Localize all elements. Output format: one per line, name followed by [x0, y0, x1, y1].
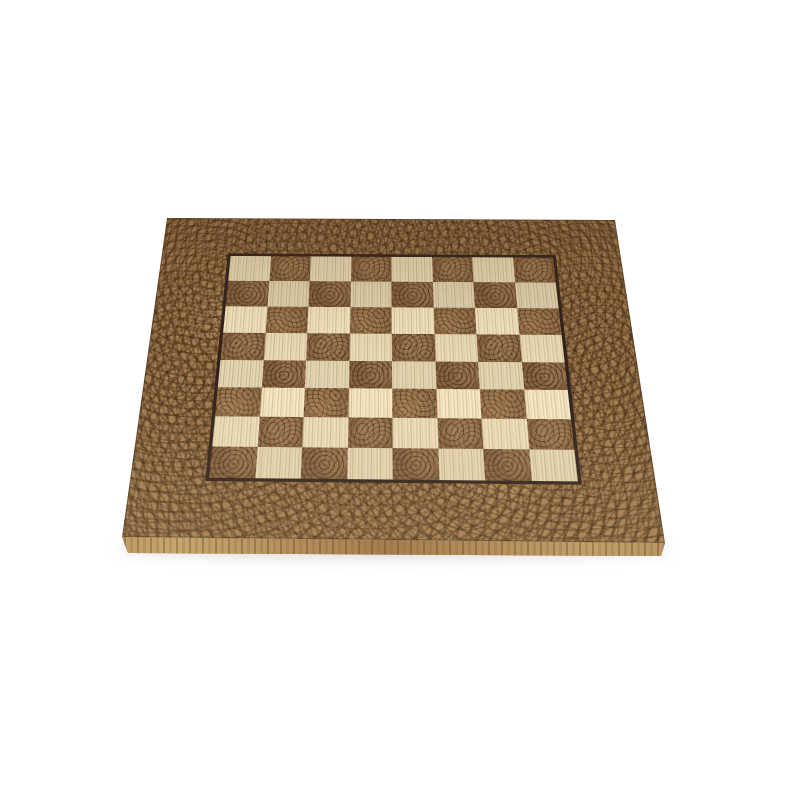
- square-a1: [209, 447, 257, 479]
- square-d7: [350, 281, 392, 307]
- square-e2: [392, 418, 438, 449]
- square-c4: [305, 360, 349, 388]
- square-b8: [269, 256, 311, 281]
- square-f5: [434, 334, 478, 362]
- square-b1: [255, 447, 302, 479]
- square-b4: [261, 360, 306, 388]
- square-e3: [392, 389, 437, 419]
- square-g5: [477, 334, 522, 362]
- square-b2: [257, 417, 303, 448]
- square-h5: [519, 334, 565, 362]
- square-h7: [515, 282, 559, 308]
- square-c8: [310, 256, 351, 281]
- square-d6: [349, 307, 391, 334]
- square-b7: [267, 281, 310, 307]
- playing-field: [205, 253, 581, 484]
- square-f7: [432, 282, 475, 308]
- square-d3: [348, 389, 392, 419]
- square-c1: [301, 447, 348, 479]
- square-h1: [529, 450, 578, 482]
- square-g2: [482, 419, 529, 450]
- square-e6: [392, 307, 435, 334]
- square-c5: [306, 333, 349, 361]
- chessboard: [122, 218, 665, 543]
- square-a4: [218, 359, 263, 387]
- square-g6: [475, 308, 519, 335]
- square-b5: [263, 333, 307, 360]
- square-f4: [435, 361, 480, 390]
- square-h8: [512, 257, 555, 282]
- square-h4: [521, 362, 567, 391]
- square-a2: [212, 417, 259, 447]
- square-f1: [438, 449, 485, 481]
- square-a6: [223, 306, 267, 333]
- square-e7: [391, 282, 433, 308]
- square-a3: [215, 388, 261, 417]
- square-c2: [302, 417, 348, 448]
- square-a8: [228, 256, 270, 281]
- square-d4: [348, 360, 392, 389]
- square-g1: [483, 449, 531, 481]
- square-f3: [436, 389, 482, 419]
- square-b3: [259, 388, 305, 417]
- square-c6: [307, 307, 350, 334]
- square-e4: [392, 361, 436, 390]
- chessboard-product-photo: [0, 0, 800, 800]
- square-e5: [392, 333, 435, 361]
- square-e1: [393, 448, 439, 480]
- square-d5: [349, 333, 392, 361]
- square-d1: [347, 448, 393, 480]
- square-h2: [526, 419, 574, 450]
- square-g8: [472, 257, 515, 282]
- square-d8: [350, 257, 391, 282]
- square-g7: [473, 282, 516, 308]
- square-f2: [437, 418, 483, 449]
- square-a7: [226, 281, 269, 307]
- square-g4: [478, 361, 524, 390]
- square-g3: [480, 390, 526, 420]
- square-h3: [524, 390, 571, 420]
- square-a5: [221, 332, 266, 359]
- square-h6: [517, 308, 562, 335]
- square-f8: [432, 257, 474, 282]
- square-d2: [347, 418, 392, 449]
- square-f6: [433, 307, 476, 334]
- square-e8: [391, 257, 432, 282]
- square-b6: [265, 306, 308, 333]
- square-c7: [308, 281, 350, 307]
- square-c3: [304, 388, 349, 417]
